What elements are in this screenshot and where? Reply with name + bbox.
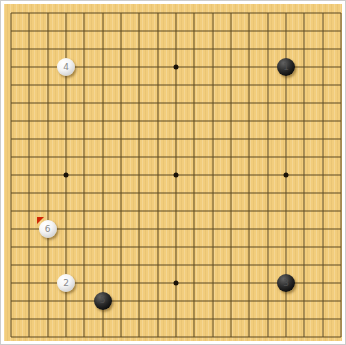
stone-black-q16[interactable]: 1 <box>277 58 295 76</box>
grid-line-vertical <box>267 13 268 337</box>
grid-line-horizontal <box>11 337 341 338</box>
stone-white-d4[interactable]: 2 <box>57 274 75 292</box>
go-board-grid[interactable]: 123456 <box>11 13 341 337</box>
star-point <box>174 281 179 286</box>
grid-line-horizontal <box>11 265 341 266</box>
grid-line-vertical <box>212 13 213 337</box>
move-number-label: 6 <box>45 225 51 234</box>
grid-line-vertical <box>249 13 250 337</box>
move-number-label: 1 <box>283 63 289 72</box>
go-board[interactable]: 123456 <box>4 4 342 341</box>
grid-line-vertical <box>304 13 305 337</box>
grid-line-horizontal <box>11 193 341 194</box>
grid-line-vertical <box>194 13 195 337</box>
go-board-window: 123456 <box>0 0 346 345</box>
stone-white-c7[interactable]: 6 <box>39 220 57 238</box>
grid-line-horizontal <box>11 319 341 320</box>
move-number-label: 2 <box>63 279 69 288</box>
stone-white-d16[interactable]: 4 <box>57 58 75 76</box>
star-point <box>174 65 179 70</box>
grid-line-horizontal <box>11 300 341 301</box>
grid-line-vertical <box>341 13 342 337</box>
star-point <box>174 173 179 178</box>
grid-line-vertical <box>231 13 232 337</box>
grid-line-horizontal <box>11 211 341 212</box>
stone-black-f3[interactable]: 5 <box>94 292 112 310</box>
grid-line-horizontal <box>11 247 341 248</box>
star-point <box>284 173 289 178</box>
move-number-label: 4 <box>63 63 69 72</box>
grid-line-horizontal <box>11 229 341 230</box>
stone-black-q4[interactable]: 3 <box>277 274 295 292</box>
last-move-marker-icon <box>37 217 44 224</box>
move-number-label: 5 <box>100 296 106 305</box>
grid-line-vertical <box>322 13 323 337</box>
star-point <box>64 173 69 178</box>
move-number-label: 3 <box>283 279 289 288</box>
